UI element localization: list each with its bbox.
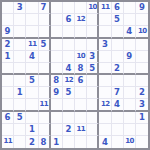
cell-r1c7[interactable]: [75, 2, 87, 14]
given-digit: 6: [5, 113, 11, 122]
given-digit: 11: [101, 4, 110, 11]
given-digit: 10: [77, 53, 86, 60]
cell-r7c11[interactable]: [124, 75, 136, 87]
given-digit: 11: [28, 41, 37, 48]
cell-r12c6[interactable]: [63, 136, 75, 148]
given-digit: 1: [139, 113, 145, 122]
given-digit: 10: [138, 28, 147, 35]
cell-r10c7[interactable]: [75, 112, 87, 124]
cell-r11c2[interactable]: [14, 124, 26, 136]
cell-r9c12[interactable]: 3: [136, 99, 148, 111]
cell-r10c5[interactable]: [51, 112, 63, 124]
cell-r2c6[interactable]: 6: [63, 14, 75, 26]
cell-r6c9[interactable]: [99, 63, 111, 75]
given-digit: 10: [125, 138, 134, 145]
given-digit: 12: [77, 16, 86, 23]
cell-r6c4[interactable]: [39, 63, 51, 75]
cell-r9c11[interactable]: [124, 99, 136, 111]
cell-r2c11[interactable]: [124, 14, 136, 26]
cell-r9c1[interactable]: [2, 99, 14, 111]
cell-r2c2[interactable]: [14, 14, 26, 26]
cell-r7c5[interactable]: 8: [51, 75, 63, 87]
given-digit: 11: [40, 101, 49, 108]
cell-r2c4[interactable]: [39, 14, 51, 26]
cell-r5c4[interactable]: [39, 51, 51, 63]
given-digit: 2: [139, 88, 145, 97]
cell-r2c10[interactable]: 5: [112, 14, 124, 26]
given-digit: 7: [114, 88, 120, 97]
cell-r12c12[interactable]: [136, 136, 148, 148]
cell-r5c7[interactable]: 10: [75, 51, 87, 63]
cell-r5c8[interactable]: 3: [87, 51, 99, 63]
cell-r12c5[interactable]: 1: [51, 136, 63, 148]
cell-r9c10[interactable]: 4: [112, 99, 124, 111]
cell-r11c9[interactable]: [99, 124, 111, 136]
cell-r10c10[interactable]: [112, 112, 124, 124]
cell-r5c11[interactable]: 9: [124, 51, 136, 63]
cell-r11c8[interactable]: [87, 124, 99, 136]
cell-r9c9[interactable]: 12: [99, 99, 111, 111]
cell-r2c8[interactable]: [87, 14, 99, 26]
cell-r5c3[interactable]: 4: [26, 51, 38, 63]
given-digit: 4: [29, 52, 35, 61]
cell-r12c2[interactable]: [14, 136, 26, 148]
cell-r6c3[interactable]: [26, 63, 38, 75]
cell-r11c12[interactable]: [136, 124, 148, 136]
cell-r5c5[interactable]: [51, 51, 63, 63]
cell-r12c4[interactable]: 8: [39, 136, 51, 148]
cell-r6c8[interactable]: 5: [87, 63, 99, 75]
cell-r12c10[interactable]: [112, 136, 124, 148]
given-digit: 9: [139, 3, 145, 12]
cell-r5c6[interactable]: [63, 51, 75, 63]
given-digit: 1: [17, 88, 23, 97]
cell-r4c4[interactable]: 5: [39, 39, 51, 51]
cell-r10c1[interactable]: 6: [2, 112, 14, 124]
cell-r1c1[interactable]: [2, 2, 14, 14]
cell-r12c8[interactable]: [87, 136, 99, 148]
cell-r8c11[interactable]: [124, 87, 136, 99]
cell-r3c3[interactable]: [26, 26, 38, 38]
cell-r4c9[interactable]: 3: [99, 39, 111, 51]
given-digit: 6: [78, 76, 84, 85]
given-digit: 2: [5, 40, 11, 49]
given-digit: 12: [101, 101, 110, 108]
cell-r2c12[interactable]: [136, 14, 148, 26]
given-digit: 6: [65, 15, 71, 24]
cell-r11c4[interactable]: [39, 124, 51, 136]
cell-r2c5[interactable]: [51, 14, 63, 26]
cell-r3c4[interactable]: [39, 26, 51, 38]
cell-r9c2[interactable]: [14, 99, 26, 111]
cell-r10c6[interactable]: [63, 112, 75, 124]
cell-r7c2[interactable]: [14, 75, 26, 87]
cell-r6c2[interactable]: [14, 63, 26, 75]
cell-r10c3[interactable]: [26, 112, 38, 124]
cell-r6c12[interactable]: [136, 63, 148, 75]
given-digit: 5: [65, 88, 71, 97]
cell-r10c2[interactable]: 5: [14, 112, 26, 124]
cell-r7c1[interactable]: [2, 75, 14, 87]
given-digit: 3: [102, 40, 108, 49]
cell-r6c1[interactable]: [2, 63, 14, 75]
cell-r11c3[interactable]: 1: [26, 124, 38, 136]
given-digit: 7: [41, 3, 47, 12]
cell-r4c7[interactable]: [75, 39, 87, 51]
cell-r8c2[interactable]: 1: [14, 87, 26, 99]
given-digit: 5: [89, 64, 95, 73]
given-digit: 5: [114, 15, 120, 24]
cell-r10c12[interactable]: 1: [136, 112, 148, 124]
cell-r1c12[interactable]: 9: [136, 2, 148, 14]
given-digit: 8: [41, 138, 47, 147]
cell-r11c1[interactable]: [2, 124, 14, 136]
given-digit: 11: [4, 138, 13, 145]
cell-r6c5[interactable]: [51, 63, 63, 75]
cell-r10c4[interactable]: [39, 112, 51, 124]
cell-r7c9[interactable]: [99, 75, 111, 87]
cell-r12c1[interactable]: 11: [2, 136, 14, 148]
cell-r9c4[interactable]: 11: [39, 99, 51, 111]
given-digit: 3: [89, 52, 95, 61]
cell-r10c11[interactable]: [124, 112, 136, 124]
given-digit: 12: [64, 77, 73, 84]
given-digit: 2: [114, 64, 120, 73]
cell-r3c7[interactable]: [75, 26, 87, 38]
given-digit: 3: [17, 3, 23, 12]
given-digit: 4: [126, 27, 132, 36]
cell-r3c2[interactable]: [14, 26, 26, 38]
cell-r12c9[interactable]: 4: [99, 136, 111, 148]
cell-r7c3[interactable]: 5: [26, 75, 38, 87]
cell-r12c3[interactable]: 2: [26, 136, 38, 148]
cell-r11c7[interactable]: 11: [75, 124, 87, 136]
given-digit: 3: [139, 100, 145, 109]
cell-r3c5[interactable]: [51, 26, 63, 38]
cell-r4c5[interactable]: [51, 39, 63, 51]
cell-r9c5[interactable]: [51, 99, 63, 111]
given-digit: 11: [77, 126, 86, 133]
cell-r3c9[interactable]: [99, 26, 111, 38]
cell-r5c9[interactable]: [99, 51, 111, 63]
cell-r3c1[interactable]: 9: [2, 26, 14, 38]
given-digit: 4: [65, 64, 71, 73]
cell-r1c10[interactable]: 6: [112, 2, 124, 14]
given-digit: 2: [65, 125, 71, 134]
cell-r1c8[interactable]: 10: [87, 2, 99, 14]
cell-r11c6[interactable]: 2: [63, 124, 75, 136]
cell-r1c5[interactable]: [51, 2, 63, 14]
cell-r10c9[interactable]: [99, 112, 111, 124]
cell-r4c11[interactable]: [124, 39, 136, 51]
cell-r7c7[interactable]: 6: [75, 75, 87, 87]
cell-r1c9[interactable]: 11: [99, 2, 111, 14]
cell-r8c4[interactable]: [39, 87, 51, 99]
cell-r4c8[interactable]: [87, 39, 99, 51]
cell-r8c6[interactable]: 5: [63, 87, 75, 99]
given-digit: 4: [102, 138, 108, 147]
given-digit: 6: [114, 3, 120, 12]
cell-r6c6[interactable]: 4: [63, 63, 75, 75]
cell-r3c6[interactable]: [63, 26, 75, 38]
cell-r9c8[interactable]: [87, 99, 99, 111]
sudoku-board: 3710116961259410211531410394852581261957…: [0, 0, 150, 150]
given-digit: 10: [88, 4, 97, 11]
given-digit: 5: [29, 76, 35, 85]
cell-r8c9[interactable]: [99, 87, 111, 99]
cell-r8c12[interactable]: 2: [136, 87, 148, 99]
cell-r7c4[interactable]: [39, 75, 51, 87]
cell-r1c4[interactable]: 7: [39, 2, 51, 14]
cell-r1c3[interactable]: [26, 2, 38, 14]
given-digit: 1: [53, 138, 59, 147]
cell-r2c7[interactable]: 12: [75, 14, 87, 26]
cell-r6c11[interactable]: [124, 63, 136, 75]
cell-r4c6[interactable]: [63, 39, 75, 51]
cell-r11c10[interactable]: [112, 124, 124, 136]
cell-r3c8[interactable]: [87, 26, 99, 38]
cell-r1c2[interactable]: 3: [14, 2, 26, 14]
given-digit: 2: [29, 138, 35, 147]
cell-r9c3[interactable]: [26, 99, 38, 111]
cell-r12c11[interactable]: 10: [124, 136, 136, 148]
cell-r7c6[interactable]: 12: [63, 75, 75, 87]
cell-r9c6[interactable]: [63, 99, 75, 111]
cell-r8c5[interactable]: 9: [51, 87, 63, 99]
given-digit: 1: [5, 52, 11, 61]
cell-r8c10[interactable]: 7: [112, 87, 124, 99]
cell-r2c1[interactable]: [2, 14, 14, 26]
cell-r8c3[interactable]: [26, 87, 38, 99]
given-digit: 9: [53, 88, 59, 97]
cell-r5c2[interactable]: [14, 51, 26, 63]
given-digit: 8: [78, 64, 84, 73]
cell-r4c3[interactable]: 11: [26, 39, 38, 51]
cell-r7c12[interactable]: [136, 75, 148, 87]
given-digit: 1: [29, 125, 35, 134]
cell-r2c9[interactable]: [99, 14, 111, 26]
cell-r4c10[interactable]: [112, 39, 124, 51]
cell-r4c2[interactable]: [14, 39, 26, 51]
cell-r3c12[interactable]: 10: [136, 26, 148, 38]
cell-r8c8[interactable]: [87, 87, 99, 99]
cell-r8c1[interactable]: [2, 87, 14, 99]
cell-r5c12[interactable]: [136, 51, 148, 63]
cell-r7c10[interactable]: [112, 75, 124, 87]
cell-r8c7[interactable]: [75, 87, 87, 99]
given-digit: 5: [17, 113, 23, 122]
cell-r5c1[interactable]: 1: [2, 51, 14, 63]
cell-r6c10[interactable]: 2: [112, 63, 124, 75]
given-digit: 9: [126, 52, 132, 61]
cell-r1c6[interactable]: [63, 2, 75, 14]
cell-r4c1[interactable]: 2: [2, 39, 14, 51]
cell-r3c10[interactable]: [112, 26, 124, 38]
cell-r5c10[interactable]: [112, 51, 124, 63]
cell-r11c11[interactable]: [124, 124, 136, 136]
cell-r6c7[interactable]: 8: [75, 63, 87, 75]
cell-r7c8[interactable]: [87, 75, 99, 87]
cell-r4c12[interactable]: [136, 39, 148, 51]
given-digit: 8: [53, 76, 59, 85]
cell-r12c7[interactable]: [75, 136, 87, 148]
given-digit: 5: [41, 40, 47, 49]
cell-r3c11[interactable]: 4: [124, 26, 136, 38]
cell-r11c5[interactable]: [51, 124, 63, 136]
given-digit: 4: [114, 100, 120, 109]
cell-r10c8[interactable]: [87, 112, 99, 124]
given-digit: 9: [5, 27, 11, 36]
cell-r9c7[interactable]: [75, 99, 87, 111]
cell-r2c3[interactable]: [26, 14, 38, 26]
cell-r1c11[interactable]: [124, 2, 136, 14]
